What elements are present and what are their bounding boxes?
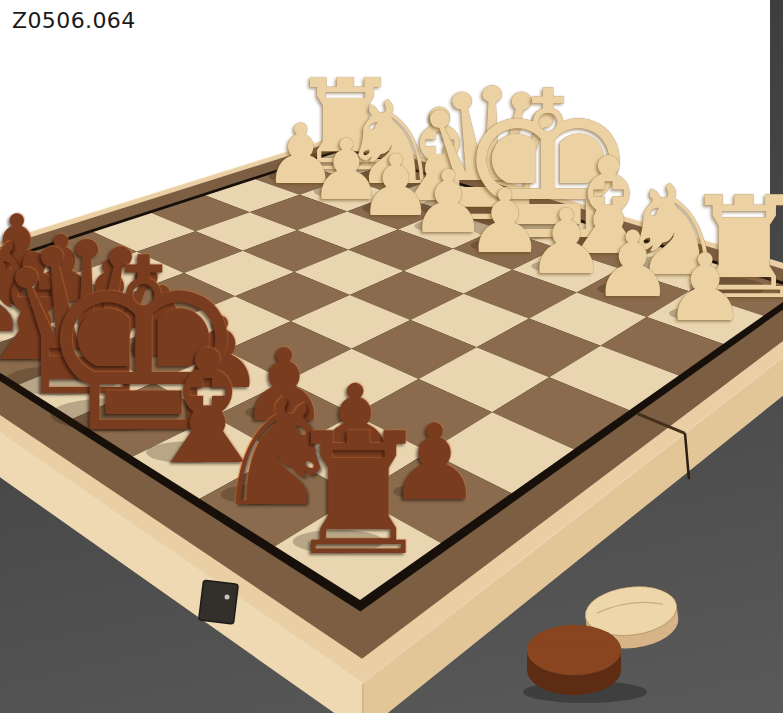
shadow-e1 xyxy=(468,211,579,240)
shadow-g2 xyxy=(597,282,646,295)
product-photo: ♜♞♝♛♚♝♞♜♟♟♟♟♟♟♟♟♟♟♟♟♟♟♟♟♜♞♝♛♚♝♞♜ Z0506.0… xyxy=(0,0,783,713)
shadow-a2 xyxy=(269,170,314,182)
shadow-d2 xyxy=(414,220,461,232)
shadow-d7 xyxy=(125,342,177,355)
clasp xyxy=(199,580,239,624)
shadow-c7 xyxy=(73,314,124,327)
dark-checker-disc-top xyxy=(527,625,621,675)
checkers[interactable] xyxy=(523,582,681,703)
shadow-f8 xyxy=(146,441,231,463)
shadow-g7 xyxy=(315,443,370,457)
shadow-h7 xyxy=(393,484,450,499)
shadow-g8 xyxy=(221,484,301,505)
shadow-d8 xyxy=(4,366,118,396)
scene-svg xyxy=(0,0,783,713)
shadow-f1 xyxy=(556,235,628,254)
shadow-h2 xyxy=(669,307,719,320)
shadow-f7 xyxy=(245,406,299,420)
clasp-pin xyxy=(225,595,230,600)
shadow-c2 xyxy=(362,202,408,214)
shadow-f2 xyxy=(531,260,579,273)
shadow-g1 xyxy=(625,256,693,274)
shadow-e2 xyxy=(471,239,519,251)
shadow-h1 xyxy=(689,278,765,298)
shadow-h8 xyxy=(293,530,384,554)
product-code-label: Z0506.064 xyxy=(12,8,136,33)
dark-checker-disc[interactable] xyxy=(527,625,621,695)
shadow-e7 xyxy=(182,372,235,386)
shadow-a1 xyxy=(296,152,364,170)
clasp-body xyxy=(199,580,239,624)
shadow-e8 xyxy=(51,398,180,431)
shadow-b7 xyxy=(25,289,75,302)
shadow-b1 xyxy=(346,167,408,183)
shadow-b2 xyxy=(314,186,359,198)
